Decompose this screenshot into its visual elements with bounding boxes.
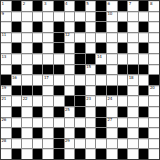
cell-r11c0[interactable]: 26 bbox=[1, 118, 11, 128]
clue-number: 21 bbox=[2, 96, 7, 101]
black-cell-r6c13 bbox=[139, 65, 149, 75]
cell-r6c0[interactable] bbox=[1, 65, 11, 75]
cell-r3c6[interactable]: 12 bbox=[65, 33, 75, 43]
clue-number: 26 bbox=[2, 117, 7, 122]
cell-r0c2[interactable]: 2 bbox=[22, 1, 32, 11]
cell-r3c14[interactable] bbox=[149, 33, 159, 43]
cell-r14c12[interactable] bbox=[128, 149, 138, 159]
cell-r4c2[interactable] bbox=[22, 43, 32, 53]
cell-r3c0[interactable]: 11 bbox=[1, 33, 11, 43]
clue-number: 9 bbox=[2, 11, 4, 16]
cell-r9c4[interactable] bbox=[43, 96, 53, 106]
cell-r9c10[interactable]: 24 bbox=[107, 96, 117, 106]
cell-r1c2[interactable] bbox=[22, 12, 32, 22]
cell-r6c6[interactable] bbox=[65, 65, 75, 75]
cell-r6c14[interactable] bbox=[149, 65, 159, 75]
cell-r4c6[interactable] bbox=[65, 43, 75, 53]
cell-r0c12[interactable]: 7 bbox=[128, 1, 138, 11]
cell-r5c4[interactable] bbox=[43, 54, 53, 64]
black-cell-r8c5 bbox=[54, 86, 64, 96]
cell-r0c14[interactable]: 8 bbox=[149, 1, 159, 11]
clue-number: 3 bbox=[44, 1, 46, 6]
cell-r1c11[interactable] bbox=[118, 12, 128, 22]
cell-r7c2[interactable] bbox=[22, 75, 32, 85]
cell-r9c0[interactable]: 21 bbox=[1, 96, 11, 106]
cell-r9c3[interactable] bbox=[33, 96, 43, 106]
cell-r9c12[interactable] bbox=[128, 96, 138, 106]
black-cell-r2c3 bbox=[33, 22, 43, 32]
cell-r9c1[interactable] bbox=[12, 96, 22, 106]
cell-r13c4[interactable] bbox=[43, 139, 53, 149]
cell-r7c12[interactable]: 18 bbox=[128, 75, 138, 85]
cell-r9c9[interactable] bbox=[96, 96, 106, 106]
cell-r13c10[interactable] bbox=[107, 139, 117, 149]
cell-r13c7[interactable] bbox=[75, 139, 85, 149]
clue-number: 14 bbox=[97, 54, 102, 59]
cell-r14c2[interactable] bbox=[22, 149, 32, 159]
cell-r10c8[interactable] bbox=[86, 107, 96, 117]
black-cell-r14c1 bbox=[12, 149, 22, 159]
clue-number: 15 bbox=[86, 64, 91, 69]
black-cell-r10c11 bbox=[118, 107, 128, 117]
cell-r7c13[interactable] bbox=[139, 75, 149, 85]
cell-r0c4[interactable]: 3 bbox=[43, 1, 53, 11]
cell-r3c9[interactable] bbox=[96, 33, 106, 43]
clue-number: 6 bbox=[108, 1, 110, 6]
cell-r12c0[interactable] bbox=[1, 128, 11, 138]
cell-r11c8[interactable] bbox=[86, 118, 96, 128]
black-cell-r12c11 bbox=[118, 128, 128, 138]
black-cell-r4c3 bbox=[33, 43, 43, 53]
black-cell-r8c2 bbox=[22, 86, 32, 96]
cell-r0c8[interactable]: 5 bbox=[86, 1, 96, 11]
black-cell-r0c1 bbox=[12, 1, 22, 11]
black-cell-r12c9 bbox=[96, 128, 106, 138]
cell-r14c0[interactable] bbox=[1, 149, 11, 159]
black-cell-r12c3 bbox=[33, 128, 43, 138]
cell-r12c4[interactable] bbox=[43, 128, 53, 138]
cell-r6c2[interactable] bbox=[22, 65, 32, 75]
cell-r5c5[interactable] bbox=[54, 54, 64, 64]
black-cell-r12c5 bbox=[54, 128, 64, 138]
cell-r12c12[interactable] bbox=[128, 128, 138, 138]
cell-r13c2[interactable] bbox=[22, 139, 32, 149]
cell-r13c6[interactable]: 29 bbox=[65, 139, 75, 149]
black-cell-r0c9 bbox=[96, 1, 106, 11]
cell-r10c0[interactable] bbox=[1, 107, 11, 117]
cell-r1c0[interactable]: 9 bbox=[1, 12, 11, 22]
cell-r1c4[interactable] bbox=[43, 12, 53, 22]
cell-r3c3[interactable] bbox=[33, 33, 43, 43]
black-cell-r10c13 bbox=[139, 107, 149, 117]
cell-r2c4[interactable] bbox=[43, 22, 53, 32]
cell-r14c10[interactable] bbox=[107, 149, 117, 159]
clue-number: 24 bbox=[108, 96, 113, 101]
cell-r7c7[interactable] bbox=[75, 75, 85, 85]
black-cell-r8c13 bbox=[139, 86, 149, 96]
black-cell-r4c5 bbox=[54, 43, 64, 53]
black-cell-r10c5 bbox=[54, 107, 64, 117]
cell-r7c11[interactable] bbox=[118, 75, 128, 85]
black-cell-r7c0 bbox=[1, 75, 11, 85]
black-cell-r10c3 bbox=[33, 107, 43, 117]
cell-r14c6[interactable] bbox=[65, 149, 75, 159]
clue-number: 10 bbox=[108, 11, 113, 16]
cell-r8c14[interactable]: 20 bbox=[149, 86, 159, 96]
clue-number: 2 bbox=[23, 1, 25, 6]
cell-r0c6[interactable]: 4 bbox=[65, 1, 75, 11]
cell-r11c3[interactable] bbox=[33, 118, 43, 128]
clue-number: 28 bbox=[2, 138, 7, 143]
cell-r8c0[interactable]: 19 bbox=[1, 86, 11, 96]
black-cell-r9c7 bbox=[75, 96, 85, 106]
black-cell-r8c7 bbox=[75, 86, 85, 96]
cell-r10c6[interactable]: 25 bbox=[65, 107, 75, 117]
black-cell-r6c1 bbox=[12, 65, 22, 75]
cell-r11c7[interactable] bbox=[75, 118, 85, 128]
cell-r4c8[interactable] bbox=[86, 43, 96, 53]
cell-r9c2[interactable]: 22 bbox=[22, 96, 32, 106]
black-cell-r2c9 bbox=[96, 22, 106, 32]
cell-r5c2[interactable] bbox=[22, 54, 32, 64]
black-cell-r6c7 bbox=[75, 65, 85, 75]
black-cell-r10c7 bbox=[75, 107, 85, 117]
clue-number: 11 bbox=[2, 32, 7, 37]
cell-r11c10[interactable]: 27 bbox=[107, 118, 117, 128]
cell-r5c3[interactable] bbox=[33, 54, 43, 64]
cell-r5c11[interactable] bbox=[118, 54, 128, 64]
cell-r1c5[interactable] bbox=[54, 12, 64, 22]
cell-r11c11[interactable] bbox=[118, 118, 128, 128]
black-cell-r1c9 bbox=[96, 12, 106, 22]
cell-r7c10[interactable] bbox=[107, 75, 117, 85]
cell-r12c2[interactable] bbox=[22, 128, 32, 138]
black-cell-r8c10 bbox=[107, 86, 117, 96]
black-cell-r11c9 bbox=[96, 118, 106, 128]
black-cell-r12c1 bbox=[12, 128, 22, 138]
black-cell-r4c13 bbox=[139, 43, 149, 53]
cell-r14c8[interactable] bbox=[86, 149, 96, 159]
cell-r3c1[interactable] bbox=[12, 33, 22, 43]
cell-r2c8[interactable] bbox=[86, 22, 96, 32]
black-cell-r0c11 bbox=[118, 1, 128, 11]
black-cell-r6c9 bbox=[96, 65, 106, 75]
cell-r7c3[interactable] bbox=[33, 75, 43, 85]
black-cell-r6c3 bbox=[33, 65, 43, 75]
clue-number: 13 bbox=[2, 54, 7, 59]
cell-r1c8[interactable] bbox=[86, 12, 96, 22]
black-cell-r8c1 bbox=[12, 86, 22, 96]
cell-r9c8[interactable]: 23 bbox=[86, 96, 96, 106]
clue-number: 8 bbox=[150, 1, 152, 6]
black-cell-r8c11 bbox=[118, 86, 128, 96]
cell-r7c1[interactable]: 16 bbox=[12, 75, 22, 85]
black-cell-r6c4 bbox=[43, 65, 53, 75]
cell-r13c3[interactable] bbox=[33, 139, 43, 149]
black-cell-r10c9 bbox=[96, 107, 106, 117]
black-cell-r5c7 bbox=[75, 54, 85, 64]
cell-r1c10[interactable]: 10 bbox=[107, 12, 117, 22]
cell-r12c8[interactable] bbox=[86, 128, 96, 138]
cell-r13c1[interactable] bbox=[12, 139, 22, 149]
black-cell-r2c13 bbox=[139, 22, 149, 32]
clue-number: 25 bbox=[65, 107, 70, 112]
cell-r10c14[interactable] bbox=[149, 107, 159, 117]
black-cell-r4c9 bbox=[96, 43, 106, 53]
black-cell-r0c7 bbox=[75, 1, 85, 11]
cell-r4c4[interactable] bbox=[43, 43, 53, 53]
cell-r4c0[interactable] bbox=[1, 43, 11, 53]
cell-r10c4[interactable] bbox=[43, 107, 53, 117]
cell-r7c5[interactable] bbox=[54, 75, 64, 85]
cell-r11c6[interactable] bbox=[65, 118, 75, 128]
black-cell-r6c5 bbox=[54, 65, 64, 75]
black-cell-r4c1 bbox=[12, 43, 22, 53]
cell-r10c10[interactable] bbox=[107, 107, 117, 117]
cell-r2c0[interactable] bbox=[1, 22, 11, 32]
black-cell-r13c5 bbox=[54, 139, 64, 149]
cell-r13c13[interactable] bbox=[139, 139, 149, 149]
black-cell-r8c3 bbox=[33, 86, 43, 96]
cell-r1c1[interactable] bbox=[12, 12, 22, 22]
cell-r13c8[interactable] bbox=[86, 139, 96, 149]
cell-r6c8[interactable]: 15 bbox=[86, 65, 96, 75]
cell-r2c14[interactable] bbox=[149, 22, 159, 32]
cell-r14c4[interactable] bbox=[43, 149, 53, 159]
cell-r2c6[interactable] bbox=[65, 22, 75, 32]
clue-number: 18 bbox=[129, 75, 134, 80]
cell-r7c4[interactable]: 17 bbox=[43, 75, 53, 85]
cell-r13c12[interactable] bbox=[128, 139, 138, 149]
black-cell-r4c11 bbox=[118, 43, 128, 53]
cell-r1c12[interactable] bbox=[128, 12, 138, 22]
cell-r5c0[interactable]: 13 bbox=[1, 54, 11, 64]
cell-r12c14[interactable] bbox=[149, 128, 159, 138]
cell-r10c2[interactable] bbox=[22, 107, 32, 117]
cell-r8c6[interactable] bbox=[65, 86, 75, 96]
cell-r3c4[interactable] bbox=[43, 33, 53, 43]
cell-r8c4[interactable] bbox=[43, 86, 53, 96]
clue-number: 7 bbox=[129, 1, 131, 6]
cell-r9c14[interactable] bbox=[149, 96, 159, 106]
cell-r13c11[interactable] bbox=[118, 139, 128, 149]
cell-r11c5[interactable] bbox=[54, 118, 64, 128]
clue-number: 16 bbox=[12, 75, 17, 80]
cell-r7c6[interactable] bbox=[65, 75, 75, 85]
clue-number: 22 bbox=[23, 96, 28, 101]
black-cell-r9c6 bbox=[65, 96, 75, 106]
cell-r3c13[interactable] bbox=[139, 33, 149, 43]
cell-r11c2[interactable] bbox=[22, 118, 32, 128]
cell-r4c14[interactable] bbox=[149, 43, 159, 53]
cell-r1c3[interactable] bbox=[33, 12, 43, 22]
cell-r8c12[interactable] bbox=[128, 86, 138, 96]
black-cell-r0c13 bbox=[139, 1, 149, 11]
black-cell-r2c1 bbox=[12, 22, 22, 32]
cell-r9c5[interactable] bbox=[54, 96, 64, 106]
cell-r0c10[interactable]: 6 bbox=[107, 1, 117, 11]
black-cell-r0c5 bbox=[54, 1, 64, 11]
cell-r3c12[interactable] bbox=[128, 33, 138, 43]
black-cell-r7c14 bbox=[149, 75, 159, 85]
clue-number: 1 bbox=[2, 1, 4, 6]
clue-number: 17 bbox=[44, 75, 49, 80]
cell-r14c14[interactable] bbox=[149, 149, 159, 159]
black-cell-r3c5 bbox=[54, 33, 64, 43]
cell-r1c14[interactable] bbox=[149, 12, 159, 22]
cell-r7c8[interactable] bbox=[86, 75, 96, 85]
black-cell-r2c5 bbox=[54, 22, 64, 32]
black-cell-r12c7 bbox=[75, 128, 85, 138]
clue-number: 29 bbox=[65, 138, 70, 143]
black-cell-r10c1 bbox=[12, 107, 22, 117]
black-cell-r14c11 bbox=[118, 149, 128, 159]
cell-r3c11[interactable] bbox=[118, 33, 128, 43]
black-cell-r14c3 bbox=[33, 149, 43, 159]
cell-r3c2[interactable] bbox=[22, 33, 32, 43]
cell-r11c14[interactable] bbox=[149, 118, 159, 128]
cell-r5c6[interactable] bbox=[65, 54, 75, 64]
cell-r5c10[interactable] bbox=[107, 54, 117, 64]
cell-r6c10[interactable] bbox=[107, 65, 117, 75]
cell-r3c8[interactable] bbox=[86, 33, 96, 43]
cell-r3c10[interactable] bbox=[107, 33, 117, 43]
cell-r11c4[interactable] bbox=[43, 118, 53, 128]
cell-r2c2[interactable] bbox=[22, 22, 32, 32]
cell-r5c14[interactable] bbox=[149, 54, 159, 64]
cell-r10c12[interactable] bbox=[128, 107, 138, 117]
cell-r1c13[interactable] bbox=[139, 12, 149, 22]
clue-number: 27 bbox=[108, 117, 113, 122]
clue-number: 20 bbox=[150, 85, 155, 90]
cell-r0c0[interactable]: 1 bbox=[1, 1, 11, 11]
cell-r13c0[interactable]: 28 bbox=[1, 139, 11, 149]
black-cell-r6c11 bbox=[118, 65, 128, 75]
cell-r11c12[interactable] bbox=[128, 118, 138, 128]
black-cell-r0c3 bbox=[33, 1, 43, 11]
black-cell-r14c7 bbox=[75, 149, 85, 159]
cell-r13c14[interactable] bbox=[149, 139, 159, 149]
black-cell-r2c11 bbox=[118, 22, 128, 32]
cell-r1c6[interactable] bbox=[65, 12, 75, 22]
cell-r13c9[interactable] bbox=[96, 139, 106, 149]
cell-r12c10[interactable] bbox=[107, 128, 117, 138]
cell-r5c13[interactable] bbox=[139, 54, 149, 64]
cell-r2c12[interactable] bbox=[128, 22, 138, 32]
black-cell-r4c7 bbox=[75, 43, 85, 53]
cell-r3c7[interactable] bbox=[75, 33, 85, 43]
cell-r7c9[interactable] bbox=[96, 75, 106, 85]
cell-r11c13[interactable] bbox=[139, 118, 149, 128]
cell-r12c6[interactable] bbox=[65, 128, 75, 138]
cell-r9c11[interactable] bbox=[118, 96, 128, 106]
clue-number: 12 bbox=[65, 32, 70, 37]
cell-r5c12[interactable] bbox=[128, 54, 138, 64]
clue-number: 5 bbox=[86, 1, 88, 6]
crossword-board: 1234567891011121314151617181920212223242… bbox=[0, 0, 160, 160]
cell-r5c1[interactable] bbox=[12, 54, 22, 64]
black-cell-r6c12 bbox=[128, 65, 138, 75]
black-cell-r14c9 bbox=[96, 149, 106, 159]
clue-number: 4 bbox=[65, 1, 67, 6]
black-cell-r8c9 bbox=[96, 86, 106, 96]
cell-r4c12[interactable] bbox=[128, 43, 138, 53]
cell-r2c10[interactable] bbox=[107, 22, 117, 32]
cell-r4c10[interactable] bbox=[107, 43, 117, 53]
cell-r11c1[interactable] bbox=[12, 118, 22, 128]
clue-number: 23 bbox=[86, 96, 91, 101]
black-cell-r14c13 bbox=[139, 149, 149, 159]
clue-number: 19 bbox=[2, 85, 7, 90]
black-cell-r2c7 bbox=[75, 22, 85, 32]
cell-r1c7[interactable] bbox=[75, 12, 85, 22]
black-cell-r14c5 bbox=[54, 149, 64, 159]
cell-r5c9[interactable]: 14 bbox=[96, 54, 106, 64]
black-cell-r12c13 bbox=[139, 128, 149, 138]
black-cell-r5c8 bbox=[86, 54, 96, 64]
cell-r9c13[interactable] bbox=[139, 96, 149, 106]
cell-r8c8[interactable] bbox=[86, 86, 96, 96]
